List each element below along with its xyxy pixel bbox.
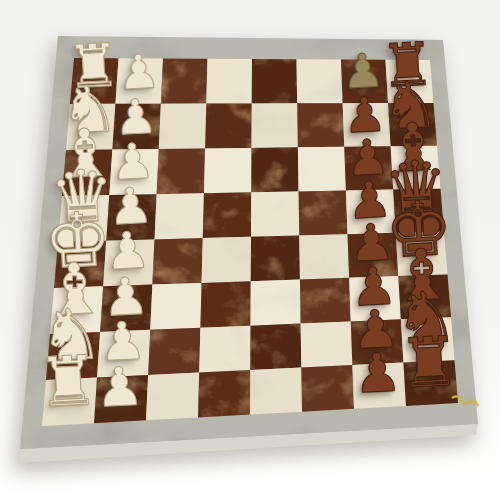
light-square-veins xyxy=(299,234,349,279)
dark-square-veins xyxy=(157,148,206,194)
dark-square-veins xyxy=(152,238,202,285)
dark-square-veins xyxy=(205,103,252,148)
light-square-veins xyxy=(50,286,103,334)
light-square-veins xyxy=(150,283,201,330)
light-square-veins xyxy=(343,103,391,147)
dark-square-veins xyxy=(62,149,112,196)
dark-square-veins xyxy=(344,146,393,190)
light-square-veins xyxy=(297,59,343,103)
dark-square-veins xyxy=(250,324,301,371)
light-square-veins xyxy=(250,368,302,415)
dark-square-veins xyxy=(200,281,250,328)
dark-square-veins xyxy=(100,285,152,332)
light-square-veins xyxy=(251,279,301,325)
dark-square-veins xyxy=(301,365,354,412)
dark-square-veins xyxy=(46,332,100,380)
dark-square-veins xyxy=(388,103,437,146)
dark-square-veins xyxy=(70,58,119,104)
dark-square-veins xyxy=(393,189,444,233)
photo-scene: ♜♟♟♜♞♟♟♞♝♟♟♝♛♟♟♛♚♟♟♚♝♟♟♝♞♟♟♞♜♟♟♜ xyxy=(0,0,500,500)
chess-board xyxy=(0,0,500,500)
dark-square-veins xyxy=(112,104,161,150)
light-square-veins xyxy=(391,146,441,190)
light-square-veins xyxy=(199,326,250,373)
dark-square-veins xyxy=(203,192,252,238)
dark-square-veins xyxy=(398,274,451,319)
dark-square-veins xyxy=(351,319,404,365)
dark-square-veins xyxy=(297,103,344,147)
dark-square-veins xyxy=(148,328,200,375)
light-square-veins xyxy=(349,276,401,321)
light-square-veins xyxy=(346,190,396,235)
dark-square-veins xyxy=(403,360,458,406)
light-square-veins xyxy=(97,330,150,378)
light-square-veins xyxy=(42,378,97,426)
dark-square-veins xyxy=(252,59,297,103)
light-square-veins xyxy=(155,193,204,239)
dark-square-veins xyxy=(106,194,156,241)
light-square-veins xyxy=(159,104,207,149)
light-square-veins xyxy=(386,60,434,103)
light-square-veins xyxy=(396,232,448,277)
light-square-veins xyxy=(301,321,353,367)
light-square-veins xyxy=(115,58,163,104)
light-square-veins xyxy=(298,147,346,192)
dark-square-veins xyxy=(251,235,300,281)
light-square-veins xyxy=(146,373,199,421)
dark-square-veins xyxy=(348,233,399,278)
light-square-veins xyxy=(58,195,109,242)
light-square-veins xyxy=(103,239,154,286)
dark-square-veins xyxy=(251,147,298,192)
light-square-veins xyxy=(206,59,252,104)
dark-square-veins xyxy=(54,241,106,288)
dark-square-veins xyxy=(161,59,208,104)
light-square-veins xyxy=(204,148,252,193)
light-square-veins xyxy=(252,103,298,148)
light-square-veins xyxy=(66,104,115,150)
light-square-veins xyxy=(202,237,251,283)
dark-square-veins xyxy=(94,375,148,423)
dark-square-veins xyxy=(198,370,250,417)
light-square-veins xyxy=(352,363,406,409)
dark-square-veins xyxy=(300,278,351,324)
light-square-veins xyxy=(251,191,299,236)
dark-square-veins xyxy=(299,190,348,235)
light-square-veins xyxy=(401,317,455,362)
light-square-veins xyxy=(109,149,158,195)
dark-square-veins xyxy=(341,60,388,104)
